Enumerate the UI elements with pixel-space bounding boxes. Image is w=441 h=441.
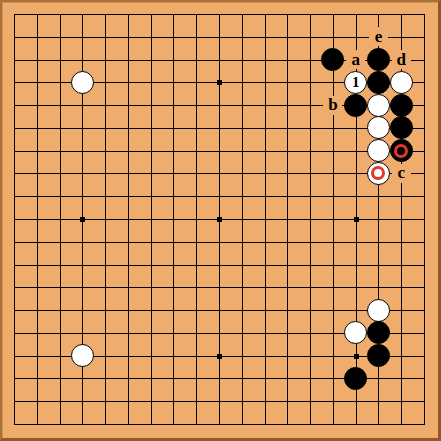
white-stone <box>344 321 367 344</box>
grid-line-horizontal <box>14 287 425 288</box>
black-stone <box>344 94 367 117</box>
black-stone <box>390 94 413 117</box>
star-point <box>217 80 222 85</box>
white-stone <box>367 299 390 322</box>
black-stone <box>390 116 413 139</box>
grid-line-horizontal <box>14 424 425 425</box>
white-stone <box>390 71 413 94</box>
white-stone <box>71 71 94 94</box>
grid-line-horizontal <box>14 310 425 311</box>
grid-line-horizontal <box>14 242 425 243</box>
circle-marker <box>371 166 385 180</box>
black-stone <box>367 48 390 71</box>
star-point <box>217 354 222 359</box>
grid-line-vertical <box>333 14 334 425</box>
white-stone <box>71 344 94 367</box>
circle-marker <box>394 144 408 158</box>
point-label: b <box>323 96 342 115</box>
star-point <box>217 217 222 222</box>
black-stone <box>367 321 390 344</box>
white-stone <box>367 94 390 117</box>
grid-line-vertical <box>310 14 311 425</box>
grid-line-vertical <box>424 14 425 425</box>
star-point <box>354 217 359 222</box>
point-label: a <box>346 50 365 69</box>
point-label: c <box>392 164 411 183</box>
black-stone <box>367 71 390 94</box>
black-stone <box>390 139 413 162</box>
point-label: e <box>369 27 388 46</box>
go-board: eadbc1 <box>2 2 438 438</box>
grid-line-vertical <box>287 14 288 425</box>
black-stone <box>344 367 367 390</box>
move-number-label: 1 <box>352 74 360 89</box>
black-stone <box>321 48 344 71</box>
white-stone <box>367 116 390 139</box>
grid-line-vertical <box>242 14 243 425</box>
star-point <box>354 354 359 359</box>
white-stone: 1 <box>344 71 367 94</box>
point-label: d <box>392 50 411 69</box>
grid-line-horizontal <box>14 401 425 402</box>
grid-line-vertical <box>265 14 266 425</box>
black-stone <box>367 344 390 367</box>
grid-line-horizontal <box>14 265 425 266</box>
goban-frame: eadbc1 <box>0 0 441 441</box>
star-point <box>80 217 85 222</box>
white-stone <box>367 162 390 185</box>
white-stone <box>367 139 390 162</box>
